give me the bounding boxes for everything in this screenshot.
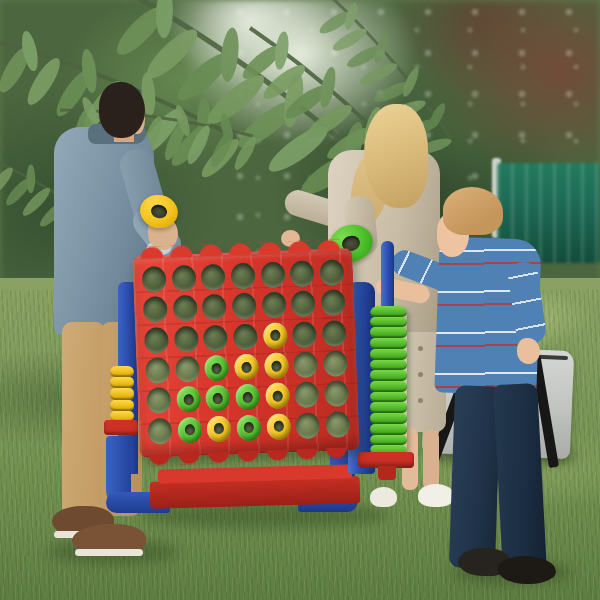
stacked-green-disc xyxy=(370,402,407,413)
cell-r6c4 xyxy=(233,412,264,443)
empty-hole xyxy=(141,266,166,293)
empty-hole xyxy=(231,263,256,290)
cell-r2c1 xyxy=(140,294,171,325)
cell-r5c4 xyxy=(232,382,263,413)
cell-r6c2 xyxy=(174,414,205,445)
boy-hair xyxy=(443,187,503,235)
cell-r1c7 xyxy=(317,257,348,288)
cell-r5c7 xyxy=(321,378,352,409)
green-disc xyxy=(235,384,260,411)
green-disc xyxy=(204,355,229,382)
empty-hole xyxy=(145,357,170,384)
left-stack-bracket xyxy=(104,420,138,435)
cell-r1c2 xyxy=(168,263,199,294)
cell-r5c2 xyxy=(173,384,204,415)
yellow-disc xyxy=(264,353,289,380)
green-disc xyxy=(176,386,201,413)
empty-hole xyxy=(147,418,172,445)
empty-hole xyxy=(172,295,197,322)
stacked-green-disc xyxy=(370,381,407,392)
yellow-disc-stack xyxy=(110,366,134,422)
cell-r6c1 xyxy=(144,415,175,446)
cell-r2c6 xyxy=(288,289,319,320)
cell-r4c1 xyxy=(142,355,173,386)
cell-r5c1 xyxy=(143,385,174,416)
empty-hole xyxy=(203,325,228,352)
green-disc xyxy=(236,414,261,441)
empty-hole xyxy=(171,265,196,292)
empty-hole xyxy=(324,381,349,408)
stacked-yellow-disc xyxy=(110,388,134,399)
empty-hole xyxy=(201,264,226,291)
green-disc xyxy=(206,385,231,412)
right-stack-foot xyxy=(378,466,396,480)
connect4-board xyxy=(132,248,360,458)
cell-r4c5 xyxy=(261,350,292,381)
empty-hole xyxy=(260,262,285,289)
empty-hole xyxy=(175,356,200,383)
cell-r5c3 xyxy=(203,383,234,414)
cell-r2c2 xyxy=(169,293,200,324)
coat-button xyxy=(418,398,423,403)
stacked-green-disc xyxy=(370,338,407,349)
empty-hole xyxy=(173,326,198,353)
empty-hole xyxy=(202,294,227,321)
cell-r6c5 xyxy=(263,411,294,442)
empty-hole xyxy=(261,292,286,319)
empty-hole xyxy=(321,290,346,317)
stacked-green-disc xyxy=(370,306,407,317)
woman-sneaker xyxy=(370,487,397,507)
cell-r4c2 xyxy=(172,354,203,385)
cell-r2c4 xyxy=(229,291,260,322)
cell-r3c4 xyxy=(230,321,261,352)
empty-hole xyxy=(144,327,169,354)
cell-r5c5 xyxy=(262,381,293,412)
cell-r1c5 xyxy=(257,259,288,290)
connect4-grid xyxy=(139,257,354,447)
man-pants xyxy=(62,322,104,524)
cell-r3c2 xyxy=(171,323,202,354)
boy-hand xyxy=(517,338,540,364)
man-head xyxy=(99,82,145,138)
stacked-green-disc xyxy=(370,349,407,360)
stacked-green-disc xyxy=(370,370,407,381)
stacked-yellow-disc xyxy=(110,377,134,388)
empty-hole xyxy=(143,296,168,323)
woman-leg xyxy=(423,430,439,490)
cell-r2c3 xyxy=(199,292,230,323)
yellow-disc xyxy=(234,354,259,381)
yellow-disc xyxy=(207,415,232,442)
coat-button xyxy=(418,346,423,351)
stacked-green-disc xyxy=(370,360,407,371)
empty-hole xyxy=(323,350,348,377)
cell-r4c7 xyxy=(320,348,351,379)
cell-r2c7 xyxy=(318,287,349,318)
cell-r6c6 xyxy=(293,410,324,441)
cell-r1c1 xyxy=(139,264,170,295)
yellow-disc xyxy=(265,383,290,410)
stacked-green-disc xyxy=(370,392,407,403)
stacked-green-disc xyxy=(370,317,407,328)
empty-hole xyxy=(232,293,257,320)
empty-hole xyxy=(322,320,347,347)
boy-jeans xyxy=(449,385,501,568)
cell-r4c4 xyxy=(231,351,262,382)
empty-hole xyxy=(290,260,315,287)
shoe-sole xyxy=(75,549,143,556)
stacked-green-disc xyxy=(370,413,407,424)
cell-r1c4 xyxy=(228,260,259,291)
outdoor-connect-four-scene xyxy=(0,0,600,600)
green-disc xyxy=(177,417,202,444)
cell-r3c6 xyxy=(289,319,320,350)
empty-hole xyxy=(293,351,318,378)
man-boat-shoe xyxy=(72,524,146,556)
right-storage-pole xyxy=(381,241,394,315)
empty-hole xyxy=(320,259,345,286)
cell-r1c3 xyxy=(198,262,229,293)
empty-hole xyxy=(295,382,320,409)
stacked-yellow-disc xyxy=(110,366,134,377)
cell-r4c3 xyxy=(201,353,232,384)
empty-hole xyxy=(325,411,350,438)
cell-r4c6 xyxy=(290,349,321,380)
cell-r3c7 xyxy=(319,318,350,349)
empty-hole xyxy=(292,321,317,348)
woman-sneaker xyxy=(418,484,454,507)
cell-r3c1 xyxy=(141,325,172,356)
cell-r3c5 xyxy=(260,320,291,351)
stacked-yellow-disc xyxy=(110,400,134,411)
cell-r6c3 xyxy=(204,413,235,444)
empty-hole xyxy=(296,412,321,439)
cell-r1c6 xyxy=(287,258,318,289)
boy-shoe xyxy=(498,556,556,584)
coat-button xyxy=(418,372,423,377)
stacked-green-disc xyxy=(370,424,407,435)
empty-hole xyxy=(291,291,316,318)
cell-r2c5 xyxy=(258,290,289,321)
stacked-green-disc xyxy=(370,435,407,446)
woman-hair xyxy=(364,104,428,208)
cell-r6c7 xyxy=(323,409,354,440)
yellow-disc xyxy=(263,322,288,349)
green-disc-stack xyxy=(370,306,407,456)
stacked-green-disc xyxy=(370,327,407,338)
empty-hole xyxy=(233,323,258,350)
yellow-disc xyxy=(266,413,291,440)
cell-r3c3 xyxy=(200,322,231,353)
empty-hole xyxy=(146,387,171,414)
cell-r5c6 xyxy=(292,379,323,410)
